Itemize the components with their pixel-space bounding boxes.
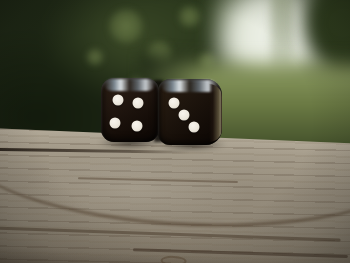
wood-grain-line xyxy=(0,227,341,242)
pip xyxy=(113,95,124,106)
die-side-face xyxy=(209,84,222,142)
pip xyxy=(110,117,121,128)
bokeh-light xyxy=(108,8,144,44)
bokeh-light xyxy=(178,5,201,28)
pip xyxy=(132,121,143,132)
photo-dice-on-wood xyxy=(0,0,350,263)
bokeh-light xyxy=(86,48,104,66)
die-front-face xyxy=(163,89,207,138)
die-right xyxy=(158,79,222,145)
pip xyxy=(169,98,180,109)
pip xyxy=(179,109,190,120)
pip xyxy=(188,122,199,133)
die-left xyxy=(101,78,159,142)
die-front-face xyxy=(106,88,154,135)
pip xyxy=(133,98,144,109)
